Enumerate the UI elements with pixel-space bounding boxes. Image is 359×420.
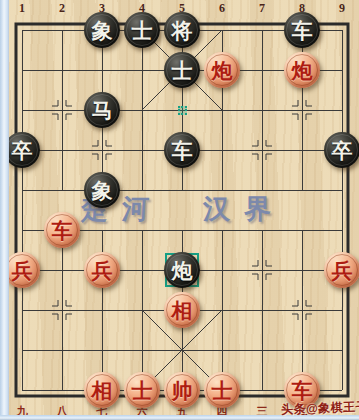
piece-black-soldier[interactable]: 卒 — [324, 132, 359, 168]
piece-red-advisor[interactable]: 士 — [124, 372, 160, 408]
piece-black-elephant[interactable]: 象 — [84, 172, 120, 208]
piece-black-cannon[interactable]: 炮 — [164, 252, 200, 288]
piece-black-advisor[interactable]: 士 — [124, 12, 160, 48]
xiangqi-app-window: 1 2 3 4 5 6 7 8 9 楚河 汉界 象士将车士炮炮马卒车卒象车兵兵炮… — [0, 0, 359, 420]
piece-red-chariot[interactable]: 车 — [44, 212, 80, 248]
piece-black-general[interactable]: 将 — [164, 12, 200, 48]
piece-red-elephant[interactable]: 相 — [164, 292, 200, 328]
piece-black-advisor[interactable]: 士 — [164, 52, 200, 88]
piece-black-chariot[interactable]: 车 — [164, 132, 200, 168]
xiangqi-board[interactable]: 象士将车士炮炮马卒车卒象车兵兵炮兵相相士帅士车 — [2, 10, 359, 410]
piece-red-soldier[interactable]: 兵 — [4, 252, 40, 288]
piece-black-chariot[interactable]: 车 — [284, 12, 320, 48]
last-move-from-marker — [178, 106, 187, 115]
piece-red-elephant[interactable]: 相 — [84, 372, 120, 408]
piece-black-elephant[interactable]: 象 — [84, 12, 120, 48]
piece-red-advisor[interactable]: 士 — [204, 372, 240, 408]
piece-red-general[interactable]: 帅 — [164, 372, 200, 408]
piece-red-soldier[interactable]: 兵 — [84, 252, 120, 288]
window-edge-left — [0, 0, 9, 420]
piece-black-horse[interactable]: 马 — [84, 92, 120, 128]
piece-black-soldier[interactable]: 卒 — [4, 132, 40, 168]
piece-red-cannon[interactable]: 炮 — [204, 52, 240, 88]
piece-red-cannon[interactable]: 炮 — [284, 52, 320, 88]
watermark: 头条@象棋王子 — [281, 398, 359, 418]
piece-red-soldier[interactable]: 兵 — [324, 252, 359, 288]
